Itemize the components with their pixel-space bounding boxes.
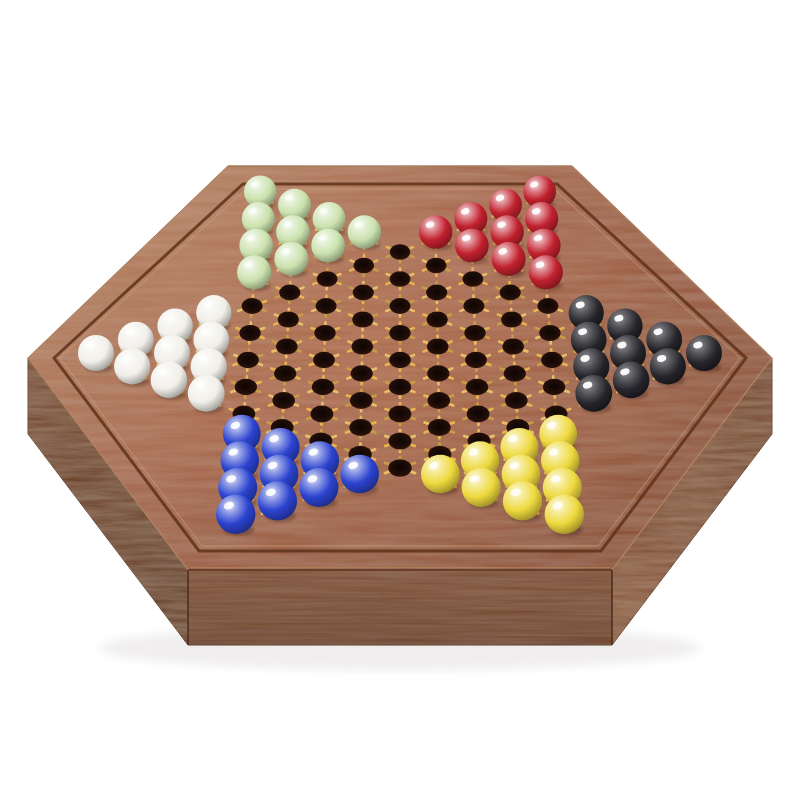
board-hole[interactable] bbox=[242, 298, 263, 314]
board-hole[interactable] bbox=[389, 432, 412, 449]
board-hole[interactable] bbox=[272, 392, 295, 409]
marble-sphere-blue bbox=[216, 495, 255, 534]
board-hole[interactable] bbox=[464, 325, 486, 341]
marble-sphere-red bbox=[529, 255, 563, 289]
marble-sphere-white bbox=[114, 348, 150, 384]
board-hole[interactable] bbox=[504, 365, 526, 382]
board-hole[interactable] bbox=[353, 258, 374, 273]
board-render-root bbox=[28, 163, 772, 670]
marble-sphere-black bbox=[613, 362, 650, 399]
board-hole[interactable] bbox=[427, 365, 449, 382]
marble-sphere-red bbox=[455, 229, 489, 263]
board-hole[interactable] bbox=[351, 365, 373, 382]
board-hole[interactable] bbox=[462, 271, 483, 287]
marble-sphere-yellow bbox=[503, 481, 542, 520]
board-hole[interactable] bbox=[463, 298, 484, 314]
marble-sphere-red bbox=[419, 215, 452, 248]
board-hole[interactable] bbox=[237, 352, 259, 368]
marble-sphere-black bbox=[686, 335, 722, 371]
marble-sphere-green bbox=[311, 229, 345, 263]
board-hole[interactable] bbox=[390, 244, 411, 259]
marble-sphere-white bbox=[188, 375, 225, 412]
board-hole[interactable] bbox=[352, 312, 373, 328]
marble-sphere-yellow bbox=[545, 495, 584, 534]
board-hole[interactable] bbox=[278, 312, 299, 328]
board-hole[interactable] bbox=[500, 285, 521, 301]
marble-sphere-green bbox=[348, 215, 381, 248]
board-hole[interactable] bbox=[313, 352, 335, 368]
marble-sphere-yellow bbox=[462, 468, 501, 507]
board-hole[interactable] bbox=[388, 459, 411, 476]
marble-sphere-red bbox=[492, 242, 526, 276]
board-hole[interactable] bbox=[317, 271, 338, 287]
marble-sphere-blue bbox=[258, 481, 297, 520]
board-hole[interactable] bbox=[467, 406, 490, 423]
board-hole[interactable] bbox=[389, 325, 411, 341]
board-hole[interactable] bbox=[427, 312, 448, 328]
board-hole[interactable] bbox=[312, 379, 334, 396]
board-hole[interactable] bbox=[466, 379, 488, 396]
board-hole[interactable] bbox=[426, 258, 447, 273]
chinese-checkers-product-photo bbox=[0, 0, 800, 800]
board-hole[interactable] bbox=[428, 392, 451, 409]
board-hole[interactable] bbox=[274, 365, 296, 382]
board-hole[interactable] bbox=[389, 379, 411, 396]
board-hole[interactable] bbox=[235, 379, 257, 396]
board-hole[interactable] bbox=[279, 285, 300, 301]
chinese-checkers-board bbox=[0, 0, 800, 800]
marble-sphere-black bbox=[575, 375, 612, 412]
board-hole[interactable] bbox=[501, 312, 522, 328]
board-hole[interactable] bbox=[543, 379, 565, 396]
board-hole[interactable] bbox=[351, 338, 373, 354]
board-hole[interactable] bbox=[389, 352, 411, 368]
board-hole[interactable] bbox=[428, 419, 451, 436]
board-hole[interactable] bbox=[239, 325, 261, 341]
board-hole[interactable] bbox=[353, 285, 374, 301]
marble-sphere-yellow bbox=[421, 455, 460, 494]
board-hole[interactable] bbox=[349, 419, 372, 436]
board-front-face bbox=[188, 570, 612, 645]
board-hole[interactable] bbox=[465, 352, 487, 368]
board-hole[interactable] bbox=[276, 338, 298, 354]
board-hole[interactable] bbox=[350, 392, 373, 409]
board-hole[interactable] bbox=[426, 285, 447, 301]
board-hole[interactable] bbox=[505, 392, 528, 409]
board-hole[interactable] bbox=[427, 338, 449, 354]
marble-sphere-green bbox=[274, 242, 308, 276]
board-hole[interactable] bbox=[537, 298, 558, 314]
board-hole[interactable] bbox=[314, 325, 336, 341]
board-hole[interactable] bbox=[502, 338, 524, 354]
board-hole[interactable] bbox=[311, 406, 334, 423]
board-hole[interactable] bbox=[390, 271, 411, 287]
board-hole[interactable] bbox=[539, 325, 561, 341]
board-hole[interactable] bbox=[389, 298, 410, 314]
marble-sphere-black bbox=[650, 348, 686, 384]
marble-sphere-white bbox=[151, 362, 188, 399]
marble-sphere-blue bbox=[340, 455, 379, 494]
marble-sphere-white bbox=[78, 335, 114, 371]
board-hole[interactable] bbox=[316, 298, 337, 314]
board-hole[interactable] bbox=[389, 406, 412, 423]
marble-sphere-green bbox=[237, 255, 271, 289]
marble-sphere-blue bbox=[299, 468, 338, 507]
board-hole[interactable] bbox=[541, 352, 563, 368]
